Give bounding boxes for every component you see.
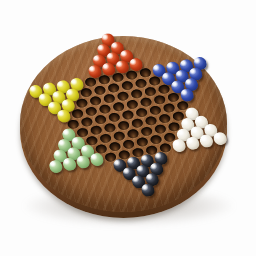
cell-r13-c13[interactable] (212, 133, 228, 145)
cell-r17-c1[interactable] (140, 184, 156, 196)
product-photo (0, 0, 256, 256)
